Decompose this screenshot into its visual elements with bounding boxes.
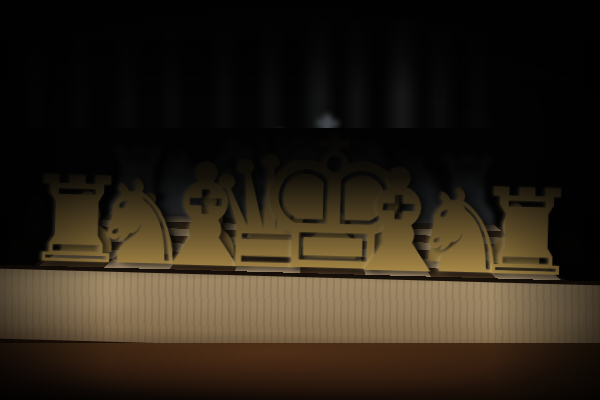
depth-shadow-overlay <box>0 128 600 280</box>
table-edge <box>0 343 600 400</box>
top-darkness-overlay <box>0 0 600 95</box>
chess-photo-scene: ♜♞♝♛♚♝♞♜♟♟♟♟♟♟♟♟♟♟♟♟♟♟♟♟♜♞♝♛♚♝♞♜ <box>0 0 600 400</box>
